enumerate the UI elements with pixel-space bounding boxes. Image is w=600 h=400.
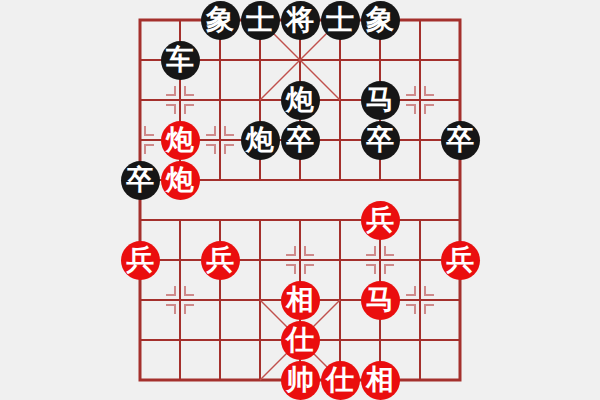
piece-red-general[interactable]: 帅 [281, 361, 320, 400]
piece-black-general[interactable]: 将 [281, 1, 320, 40]
piece-red-horse[interactable]: 马 [361, 281, 400, 320]
piece-black-cannon[interactable]: 炮 [281, 81, 320, 120]
piece-black-soldier[interactable]: 卒 [441, 121, 480, 160]
piece-black-advisor[interactable]: 士 [241, 1, 280, 40]
piece-black-cannon[interactable]: 炮 [241, 121, 280, 160]
xiangqi-board[interactable]: 象士将士象车炮马炮炮卒卒卒卒炮兵兵兵兵相马仕帅仕相 [0, 0, 600, 400]
piece-black-horse[interactable]: 马 [361, 81, 400, 120]
piece-red-cannon[interactable]: 炮 [161, 161, 200, 200]
piece-red-soldier[interactable]: 兵 [201, 241, 240, 280]
piece-red-advisor[interactable]: 仕 [281, 321, 320, 360]
piece-black-soldier[interactable]: 卒 [281, 121, 320, 160]
piece-red-advisor[interactable]: 仕 [321, 361, 360, 400]
piece-black-elephant[interactable]: 象 [361, 1, 400, 40]
piece-black-soldier[interactable]: 卒 [121, 161, 160, 200]
piece-red-elephant[interactable]: 相 [281, 281, 320, 320]
piece-red-elephant[interactable]: 相 [361, 361, 400, 400]
piece-black-elephant[interactable]: 象 [201, 1, 240, 40]
piece-red-soldier[interactable]: 兵 [441, 241, 480, 280]
piece-black-advisor[interactable]: 士 [321, 1, 360, 40]
piece-red-soldier[interactable]: 兵 [361, 201, 400, 240]
piece-black-soldier[interactable]: 卒 [361, 121, 400, 160]
piece-red-soldier[interactable]: 兵 [121, 241, 160, 280]
piece-black-chariot[interactable]: 车 [161, 41, 200, 80]
piece-red-cannon[interactable]: 炮 [161, 121, 200, 160]
